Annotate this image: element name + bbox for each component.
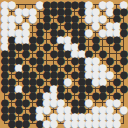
white-stone[interactable]: ● bbox=[43, 120, 50, 127]
black-stone[interactable]: ● bbox=[36, 120, 43, 127]
black-stone[interactable]: ● bbox=[8, 120, 15, 127]
white-stone[interactable]: ● bbox=[64, 120, 71, 127]
white-stone[interactable]: ● bbox=[78, 120, 85, 127]
black-stone[interactable]: ● bbox=[99, 92, 106, 99]
white-stone[interactable]: ● bbox=[99, 120, 106, 127]
black-stone[interactable]: ● bbox=[15, 120, 22, 127]
white-stone[interactable]: ● bbox=[50, 120, 57, 127]
go-board[interactable]: ●●●●●●●●●●●●●●●●●●●●●●●●●●●●●●●●●●●●●●●●… bbox=[0, 0, 128, 128]
black-stone[interactable]: ● bbox=[1, 113, 8, 120]
white-stone[interactable]: ● bbox=[113, 120, 120, 127]
black-stone[interactable]: ● bbox=[50, 50, 57, 57]
white-stone[interactable]: ● bbox=[85, 120, 92, 127]
white-stone[interactable]: ● bbox=[92, 120, 99, 127]
white-stone[interactable]: ● bbox=[106, 120, 113, 127]
black-stone[interactable]: ● bbox=[113, 43, 120, 50]
black-stone[interactable]: ● bbox=[1, 85, 8, 92]
white-stone[interactable]: ● bbox=[71, 120, 78, 127]
black-stone[interactable]: ● bbox=[22, 120, 29, 127]
black-stone[interactable]: ● bbox=[106, 36, 113, 43]
